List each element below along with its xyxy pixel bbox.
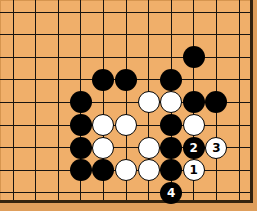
- black-stone: [183, 91, 205, 113]
- black-stone: [70, 114, 92, 136]
- grid-line-vertical: [239, 0, 240, 201]
- board-edge-right: [250, 0, 253, 203]
- white-stone: [115, 114, 137, 136]
- grid-line-horizontal: [0, 12, 251, 13]
- white-stone: [138, 91, 160, 113]
- white-stone: [138, 137, 160, 159]
- black-stone: [160, 159, 182, 181]
- numbered-black-stone: 4: [160, 182, 182, 204]
- grid-line-vertical: [35, 0, 36, 201]
- move-number-label: 1: [190, 164, 198, 176]
- numbered-black-stone: 2: [183, 137, 205, 159]
- white-stone: [138, 159, 160, 181]
- numbered-white-stone: 3: [205, 137, 227, 159]
- grid-line-vertical: [13, 0, 14, 201]
- board-side-margin-right: [252, 0, 257, 211]
- white-stone: [92, 114, 114, 136]
- go-board: 2314: [0, 0, 257, 211]
- move-number-label: 3: [212, 142, 220, 154]
- black-stone: [92, 159, 114, 181]
- white-stone: [183, 114, 205, 136]
- numbered-white-stone: 1: [183, 159, 205, 181]
- grid-line-vertical: [58, 0, 59, 201]
- grid-line-horizontal: [0, 34, 251, 35]
- black-stone: [70, 159, 92, 181]
- black-stone: [70, 91, 92, 113]
- black-stone: [205, 91, 227, 113]
- black-stone: [160, 69, 182, 91]
- grid-line-horizontal: [0, 192, 251, 193]
- black-stone: [160, 137, 182, 159]
- black-stone: [183, 46, 205, 68]
- white-stone: [92, 137, 114, 159]
- black-stone: [92, 69, 114, 91]
- white-stone: [160, 91, 182, 113]
- black-stone: [160, 114, 182, 136]
- black-stone: [115, 69, 137, 91]
- white-stone: [115, 159, 137, 181]
- board-edge-bottom: [0, 200, 253, 203]
- move-number-label: 2: [190, 142, 198, 154]
- black-stone: [70, 137, 92, 159]
- move-number-label: 4: [167, 187, 175, 199]
- board-side-margin-bottom: [0, 203, 257, 211]
- grid-line-horizontal: [0, 57, 251, 58]
